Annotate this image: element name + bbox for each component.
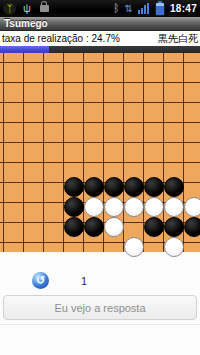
show-answer-button[interactable]: Eu vejo a resposta — [3, 295, 197, 320]
phone-screen: ᛉ ψ ᛒ ⇅ 18:47 Tsumego taxa de realização… — [0, 0, 200, 355]
black-stone — [144, 177, 164, 197]
clock-text: 18:47 — [170, 3, 197, 14]
black-stone — [164, 217, 184, 237]
app-title: Tsumego — [4, 18, 48, 29]
mobile-data-icon: ⇅ — [125, 0, 133, 17]
bottom-panel: ↺ 1 Eu vejo a resposta — [0, 252, 200, 355]
black-stone — [64, 197, 84, 217]
signal-strength-icon — [138, 3, 150, 14]
status-bar: ᛉ ψ ᛒ ⇅ 18:47 — [0, 0, 200, 17]
white-stone — [124, 237, 144, 257]
progress-bar — [0, 46, 200, 53]
notification-figure-icon: ᛉ — [3, 2, 16, 15]
panel-divider — [0, 324, 200, 325]
undo-icon[interactable]: ↺ — [32, 272, 49, 289]
lock-icon — [40, 5, 49, 12]
white-stone — [164, 197, 184, 217]
usb-icon: ψ — [23, 0, 31, 17]
problem-goal-text: 黒先白死 — [158, 32, 198, 46]
bluetooth-icon: ᛒ — [113, 0, 120, 17]
black-stone — [144, 217, 164, 237]
white-stone — [124, 197, 144, 217]
black-stone — [64, 177, 84, 197]
black-stone — [104, 177, 124, 197]
black-stone — [64, 217, 84, 237]
progress-fill — [0, 46, 49, 53]
white-stone — [104, 197, 124, 217]
black-stone — [84, 177, 104, 197]
white-stone — [84, 197, 104, 217]
white-stone — [164, 237, 184, 257]
go-board[interactable] — [0, 53, 200, 252]
white-stone — [144, 197, 164, 217]
undo-count: 1 — [81, 275, 87, 287]
title-bar: Tsumego — [0, 17, 200, 31]
white-stone — [184, 197, 200, 217]
info-bar: taxa de realização : 24.7% 黒先白死 — [0, 31, 200, 46]
battery-icon — [156, 3, 164, 15]
black-stone — [124, 177, 144, 197]
white-stone — [104, 217, 124, 237]
undo-row: ↺ 1 — [0, 252, 200, 289]
completion-rate-text: taxa de realização : 24.7% — [2, 33, 120, 44]
black-stone — [84, 217, 104, 237]
black-stone — [164, 177, 184, 197]
black-stone — [184, 217, 200, 237]
